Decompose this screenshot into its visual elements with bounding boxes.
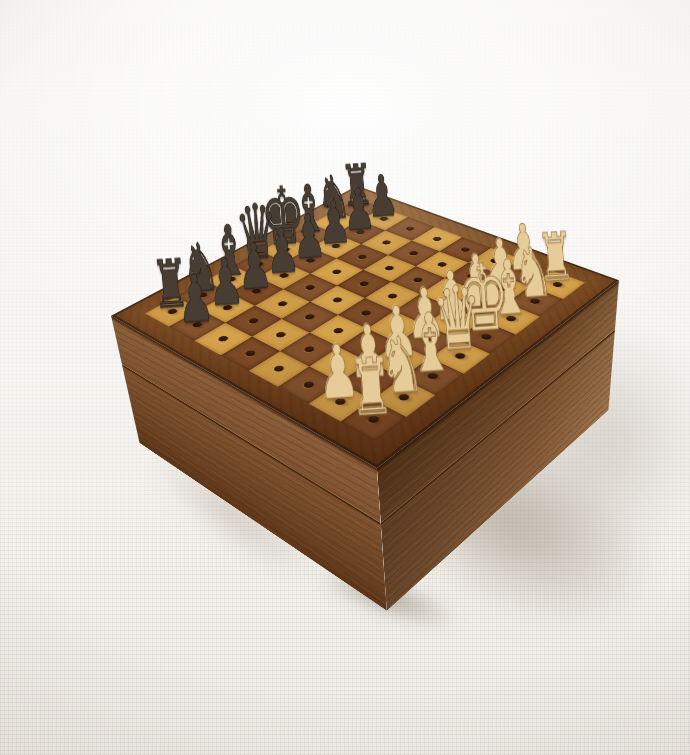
- photo-vignette: [0, 0, 690, 755]
- photo-stage: ♜♟♟♜♞♟♟♞♝♟♟♝♚♟♟♚♛♟♟♛♝♟♟♝♞♟♟♞♜♟♟♜: [0, 0, 690, 755]
